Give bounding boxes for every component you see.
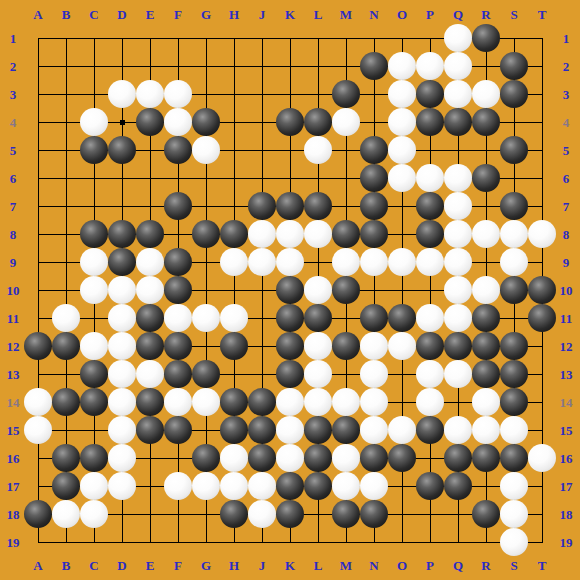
intersection-N14[interactable]	[360, 388, 388, 416]
intersection-A11[interactable]	[24, 304, 52, 332]
intersection-J11[interactable]	[248, 304, 276, 332]
intersection-T12[interactable]	[528, 332, 556, 360]
intersection-J8[interactable]	[248, 220, 276, 248]
intersection-D6[interactable]	[108, 164, 136, 192]
intersection-O15[interactable]	[388, 416, 416, 444]
intersection-H9[interactable]	[220, 248, 248, 276]
intersection-F3[interactable]	[164, 80, 192, 108]
intersection-N12[interactable]	[360, 332, 388, 360]
intersection-E4[interactable]	[136, 108, 164, 136]
intersection-E9[interactable]	[136, 248, 164, 276]
intersection-D3[interactable]	[108, 80, 136, 108]
intersection-K5[interactable]	[276, 136, 304, 164]
intersection-E11[interactable]	[136, 304, 164, 332]
intersection-E2[interactable]	[136, 52, 164, 80]
intersection-N5[interactable]	[360, 136, 388, 164]
intersection-B6[interactable]	[52, 164, 80, 192]
intersection-E5[interactable]	[136, 136, 164, 164]
intersection-E3[interactable]	[136, 80, 164, 108]
intersection-G19[interactable]	[192, 528, 220, 556]
intersection-L18[interactable]	[304, 500, 332, 528]
intersection-R19[interactable]	[472, 528, 500, 556]
intersection-Q4[interactable]	[444, 108, 472, 136]
intersection-H6[interactable]	[220, 164, 248, 192]
intersection-L11[interactable]	[304, 304, 332, 332]
intersection-T19[interactable]	[528, 528, 556, 556]
intersection-C8[interactable]	[80, 220, 108, 248]
intersection-R9[interactable]	[472, 248, 500, 276]
intersection-K15[interactable]	[276, 416, 304, 444]
intersection-Q15[interactable]	[444, 416, 472, 444]
intersection-S5[interactable]	[500, 136, 528, 164]
intersection-Q3[interactable]	[444, 80, 472, 108]
intersection-M1[interactable]	[332, 24, 360, 52]
intersection-S10[interactable]	[500, 276, 528, 304]
intersection-T14[interactable]	[528, 388, 556, 416]
intersection-G8[interactable]	[192, 220, 220, 248]
intersection-M18[interactable]	[332, 500, 360, 528]
intersection-J6[interactable]	[248, 164, 276, 192]
intersection-G1[interactable]	[192, 24, 220, 52]
intersection-D19[interactable]	[108, 528, 136, 556]
intersection-F2[interactable]	[164, 52, 192, 80]
intersection-G6[interactable]	[192, 164, 220, 192]
intersection-Q9[interactable]	[444, 248, 472, 276]
intersection-Q1[interactable]	[444, 24, 472, 52]
intersection-B17[interactable]	[52, 472, 80, 500]
intersection-P11[interactable]	[416, 304, 444, 332]
intersection-H5[interactable]	[220, 136, 248, 164]
intersection-F15[interactable]	[164, 416, 192, 444]
intersection-T8[interactable]	[528, 220, 556, 248]
intersection-L3[interactable]	[304, 80, 332, 108]
intersection-T10[interactable]	[528, 276, 556, 304]
intersection-P13[interactable]	[416, 360, 444, 388]
intersection-A12[interactable]	[24, 332, 52, 360]
intersection-O3[interactable]	[388, 80, 416, 108]
intersection-Q6[interactable]	[444, 164, 472, 192]
intersection-A1[interactable]	[24, 24, 52, 52]
intersection-N8[interactable]	[360, 220, 388, 248]
intersection-T5[interactable]	[528, 136, 556, 164]
intersection-A4[interactable]	[24, 108, 52, 136]
intersection-G2[interactable]	[192, 52, 220, 80]
intersection-B2[interactable]	[52, 52, 80, 80]
intersection-E19[interactable]	[136, 528, 164, 556]
intersection-S16[interactable]	[500, 444, 528, 472]
intersection-F17[interactable]	[164, 472, 192, 500]
intersection-C10[interactable]	[80, 276, 108, 304]
intersection-H18[interactable]	[220, 500, 248, 528]
intersection-Q16[interactable]	[444, 444, 472, 472]
intersection-J2[interactable]	[248, 52, 276, 80]
intersection-O6[interactable]	[388, 164, 416, 192]
intersection-R3[interactable]	[472, 80, 500, 108]
intersection-B12[interactable]	[52, 332, 80, 360]
intersection-C15[interactable]	[80, 416, 108, 444]
intersection-P18[interactable]	[416, 500, 444, 528]
intersection-G15[interactable]	[192, 416, 220, 444]
intersection-H17[interactable]	[220, 472, 248, 500]
intersection-F7[interactable]	[164, 192, 192, 220]
intersection-J16[interactable]	[248, 444, 276, 472]
intersection-H15[interactable]	[220, 416, 248, 444]
intersection-D5[interactable]	[108, 136, 136, 164]
intersection-S19[interactable]	[500, 528, 528, 556]
intersection-Q8[interactable]	[444, 220, 472, 248]
intersection-D11[interactable]	[108, 304, 136, 332]
intersection-G12[interactable]	[192, 332, 220, 360]
intersection-B10[interactable]	[52, 276, 80, 304]
intersection-K1[interactable]	[276, 24, 304, 52]
intersection-Q18[interactable]	[444, 500, 472, 528]
intersection-M17[interactable]	[332, 472, 360, 500]
intersection-C5[interactable]	[80, 136, 108, 164]
intersection-A8[interactable]	[24, 220, 52, 248]
intersection-C3[interactable]	[80, 80, 108, 108]
intersection-H16[interactable]	[220, 444, 248, 472]
intersection-S2[interactable]	[500, 52, 528, 80]
intersection-E17[interactable]	[136, 472, 164, 500]
intersection-G14[interactable]	[192, 388, 220, 416]
intersection-K18[interactable]	[276, 500, 304, 528]
intersection-C16[interactable]	[80, 444, 108, 472]
intersection-F16[interactable]	[164, 444, 192, 472]
intersection-G10[interactable]	[192, 276, 220, 304]
intersection-M15[interactable]	[332, 416, 360, 444]
intersection-T6[interactable]	[528, 164, 556, 192]
intersection-B14[interactable]	[52, 388, 80, 416]
intersection-M6[interactable]	[332, 164, 360, 192]
intersection-Q11[interactable]	[444, 304, 472, 332]
intersection-N1[interactable]	[360, 24, 388, 52]
intersection-J12[interactable]	[248, 332, 276, 360]
intersection-R18[interactable]	[472, 500, 500, 528]
intersection-A18[interactable]	[24, 500, 52, 528]
intersection-A10[interactable]	[24, 276, 52, 304]
intersection-P10[interactable]	[416, 276, 444, 304]
intersection-P12[interactable]	[416, 332, 444, 360]
intersection-D15[interactable]	[108, 416, 136, 444]
intersection-S1[interactable]	[500, 24, 528, 52]
intersection-F11[interactable]	[164, 304, 192, 332]
intersection-S3[interactable]	[500, 80, 528, 108]
intersection-S15[interactable]	[500, 416, 528, 444]
intersection-T2[interactable]	[528, 52, 556, 80]
intersection-D8[interactable]	[108, 220, 136, 248]
intersection-M8[interactable]	[332, 220, 360, 248]
intersection-H11[interactable]	[220, 304, 248, 332]
intersection-A9[interactable]	[24, 248, 52, 276]
intersection-Q10[interactable]	[444, 276, 472, 304]
intersection-T4[interactable]	[528, 108, 556, 136]
intersection-P7[interactable]	[416, 192, 444, 220]
intersection-L6[interactable]	[304, 164, 332, 192]
intersection-B11[interactable]	[52, 304, 80, 332]
intersection-L15[interactable]	[304, 416, 332, 444]
intersection-K4[interactable]	[276, 108, 304, 136]
intersection-A7[interactable]	[24, 192, 52, 220]
intersection-L17[interactable]	[304, 472, 332, 500]
intersection-F12[interactable]	[164, 332, 192, 360]
intersection-T3[interactable]	[528, 80, 556, 108]
intersection-M14[interactable]	[332, 388, 360, 416]
intersection-M5[interactable]	[332, 136, 360, 164]
intersection-G11[interactable]	[192, 304, 220, 332]
intersection-C1[interactable]	[80, 24, 108, 52]
intersection-L9[interactable]	[304, 248, 332, 276]
intersection-F5[interactable]	[164, 136, 192, 164]
intersection-K16[interactable]	[276, 444, 304, 472]
intersection-G7[interactable]	[192, 192, 220, 220]
intersection-L2[interactable]	[304, 52, 332, 80]
intersection-O7[interactable]	[388, 192, 416, 220]
intersection-S8[interactable]	[500, 220, 528, 248]
intersection-C7[interactable]	[80, 192, 108, 220]
intersection-M10[interactable]	[332, 276, 360, 304]
intersection-D1[interactable]	[108, 24, 136, 52]
intersection-C4[interactable]	[80, 108, 108, 136]
intersection-E18[interactable]	[136, 500, 164, 528]
intersection-L7[interactable]	[304, 192, 332, 220]
intersection-N13[interactable]	[360, 360, 388, 388]
intersection-B1[interactable]	[52, 24, 80, 52]
intersection-R16[interactable]	[472, 444, 500, 472]
intersection-S14[interactable]	[500, 388, 528, 416]
intersection-O13[interactable]	[388, 360, 416, 388]
intersection-L19[interactable]	[304, 528, 332, 556]
intersection-G13[interactable]	[192, 360, 220, 388]
intersection-C19[interactable]	[80, 528, 108, 556]
intersection-O19[interactable]	[388, 528, 416, 556]
intersection-A16[interactable]	[24, 444, 52, 472]
intersection-L4[interactable]	[304, 108, 332, 136]
intersection-E14[interactable]	[136, 388, 164, 416]
intersection-R17[interactable]	[472, 472, 500, 500]
intersection-A5[interactable]	[24, 136, 52, 164]
intersection-R15[interactable]	[472, 416, 500, 444]
intersection-B5[interactable]	[52, 136, 80, 164]
intersection-D14[interactable]	[108, 388, 136, 416]
intersection-S12[interactable]	[500, 332, 528, 360]
intersection-B16[interactable]	[52, 444, 80, 472]
intersection-B13[interactable]	[52, 360, 80, 388]
intersection-H19[interactable]	[220, 528, 248, 556]
intersection-J15[interactable]	[248, 416, 276, 444]
intersection-G17[interactable]	[192, 472, 220, 500]
intersection-Q12[interactable]	[444, 332, 472, 360]
intersection-E1[interactable]	[136, 24, 164, 52]
intersection-B18[interactable]	[52, 500, 80, 528]
intersection-G16[interactable]	[192, 444, 220, 472]
intersection-K9[interactable]	[276, 248, 304, 276]
intersection-H2[interactable]	[220, 52, 248, 80]
intersection-H3[interactable]	[220, 80, 248, 108]
intersection-Q13[interactable]	[444, 360, 472, 388]
intersection-M3[interactable]	[332, 80, 360, 108]
intersection-J10[interactable]	[248, 276, 276, 304]
intersection-P2[interactable]	[416, 52, 444, 80]
intersection-T17[interactable]	[528, 472, 556, 500]
intersection-F13[interactable]	[164, 360, 192, 388]
intersection-M7[interactable]	[332, 192, 360, 220]
intersection-O18[interactable]	[388, 500, 416, 528]
intersection-J4[interactable]	[248, 108, 276, 136]
intersection-K7[interactable]	[276, 192, 304, 220]
intersection-N3[interactable]	[360, 80, 388, 108]
intersection-P19[interactable]	[416, 528, 444, 556]
intersection-J18[interactable]	[248, 500, 276, 528]
intersection-M12[interactable]	[332, 332, 360, 360]
intersection-P1[interactable]	[416, 24, 444, 52]
intersection-N4[interactable]	[360, 108, 388, 136]
intersection-D9[interactable]	[108, 248, 136, 276]
intersection-S18[interactable]	[500, 500, 528, 528]
intersection-M4[interactable]	[332, 108, 360, 136]
intersection-R10[interactable]	[472, 276, 500, 304]
intersection-Q7[interactable]	[444, 192, 472, 220]
intersection-C9[interactable]	[80, 248, 108, 276]
intersection-D17[interactable]	[108, 472, 136, 500]
intersection-L5[interactable]	[304, 136, 332, 164]
intersection-G9[interactable]	[192, 248, 220, 276]
intersection-E6[interactable]	[136, 164, 164, 192]
intersection-N16[interactable]	[360, 444, 388, 472]
intersection-T9[interactable]	[528, 248, 556, 276]
intersection-F1[interactable]	[164, 24, 192, 52]
intersection-T11[interactable]	[528, 304, 556, 332]
intersection-S9[interactable]	[500, 248, 528, 276]
intersection-D7[interactable]	[108, 192, 136, 220]
intersection-M19[interactable]	[332, 528, 360, 556]
intersection-L1[interactable]	[304, 24, 332, 52]
intersection-R14[interactable]	[472, 388, 500, 416]
intersection-D16[interactable]	[108, 444, 136, 472]
intersection-K3[interactable]	[276, 80, 304, 108]
intersection-N11[interactable]	[360, 304, 388, 332]
intersection-T7[interactable]	[528, 192, 556, 220]
intersection-K11[interactable]	[276, 304, 304, 332]
intersection-P4[interactable]	[416, 108, 444, 136]
intersection-O4[interactable]	[388, 108, 416, 136]
intersection-J19[interactable]	[248, 528, 276, 556]
intersection-C14[interactable]	[80, 388, 108, 416]
intersection-B4[interactable]	[52, 108, 80, 136]
intersection-J17[interactable]	[248, 472, 276, 500]
intersection-B15[interactable]	[52, 416, 80, 444]
intersection-F6[interactable]	[164, 164, 192, 192]
intersection-B8[interactable]	[52, 220, 80, 248]
intersection-N6[interactable]	[360, 164, 388, 192]
intersection-N18[interactable]	[360, 500, 388, 528]
intersection-C17[interactable]	[80, 472, 108, 500]
intersection-N10[interactable]	[360, 276, 388, 304]
intersection-J1[interactable]	[248, 24, 276, 52]
intersection-R5[interactable]	[472, 136, 500, 164]
intersection-C12[interactable]	[80, 332, 108, 360]
intersection-E7[interactable]	[136, 192, 164, 220]
intersection-G4[interactable]	[192, 108, 220, 136]
intersection-D4[interactable]	[108, 108, 136, 136]
intersection-J13[interactable]	[248, 360, 276, 388]
intersection-R2[interactable]	[472, 52, 500, 80]
intersection-P15[interactable]	[416, 416, 444, 444]
intersection-M11[interactable]	[332, 304, 360, 332]
intersection-L14[interactable]	[304, 388, 332, 416]
intersection-D10[interactable]	[108, 276, 136, 304]
intersection-A13[interactable]	[24, 360, 52, 388]
intersection-O8[interactable]	[388, 220, 416, 248]
intersection-J14[interactable]	[248, 388, 276, 416]
intersection-G5[interactable]	[192, 136, 220, 164]
intersection-L8[interactable]	[304, 220, 332, 248]
intersection-P16[interactable]	[416, 444, 444, 472]
intersection-T18[interactable]	[528, 500, 556, 528]
intersection-S17[interactable]	[500, 472, 528, 500]
intersection-R4[interactable]	[472, 108, 500, 136]
intersection-Q17[interactable]	[444, 472, 472, 500]
intersection-P5[interactable]	[416, 136, 444, 164]
intersection-R6[interactable]	[472, 164, 500, 192]
intersection-K12[interactable]	[276, 332, 304, 360]
intersection-H10[interactable]	[220, 276, 248, 304]
intersection-E8[interactable]	[136, 220, 164, 248]
intersection-L16[interactable]	[304, 444, 332, 472]
intersection-Q5[interactable]	[444, 136, 472, 164]
intersection-F4[interactable]	[164, 108, 192, 136]
intersection-H13[interactable]	[220, 360, 248, 388]
intersection-E13[interactable]	[136, 360, 164, 388]
intersection-F9[interactable]	[164, 248, 192, 276]
intersection-B9[interactable]	[52, 248, 80, 276]
intersection-N15[interactable]	[360, 416, 388, 444]
intersection-O5[interactable]	[388, 136, 416, 164]
intersection-A6[interactable]	[24, 164, 52, 192]
intersection-O12[interactable]	[388, 332, 416, 360]
intersection-B7[interactable]	[52, 192, 80, 220]
intersection-J7[interactable]	[248, 192, 276, 220]
intersection-L13[interactable]	[304, 360, 332, 388]
intersection-F19[interactable]	[164, 528, 192, 556]
intersection-T15[interactable]	[528, 416, 556, 444]
intersection-S6[interactable]	[500, 164, 528, 192]
intersection-S4[interactable]	[500, 108, 528, 136]
intersection-N2[interactable]	[360, 52, 388, 80]
intersection-E15[interactable]	[136, 416, 164, 444]
intersection-Q14[interactable]	[444, 388, 472, 416]
intersection-M16[interactable]	[332, 444, 360, 472]
intersection-H1[interactable]	[220, 24, 248, 52]
intersection-R13[interactable]	[472, 360, 500, 388]
intersection-G18[interactable]	[192, 500, 220, 528]
intersection-A3[interactable]	[24, 80, 52, 108]
intersection-E10[interactable]	[136, 276, 164, 304]
intersection-K8[interactable]	[276, 220, 304, 248]
intersection-H7[interactable]	[220, 192, 248, 220]
intersection-A17[interactable]	[24, 472, 52, 500]
intersection-P3[interactable]	[416, 80, 444, 108]
intersection-P8[interactable]	[416, 220, 444, 248]
intersection-R8[interactable]	[472, 220, 500, 248]
intersection-C13[interactable]	[80, 360, 108, 388]
intersection-O10[interactable]	[388, 276, 416, 304]
intersection-O2[interactable]	[388, 52, 416, 80]
intersection-N17[interactable]	[360, 472, 388, 500]
intersection-P17[interactable]	[416, 472, 444, 500]
intersection-O1[interactable]	[388, 24, 416, 52]
intersection-O16[interactable]	[388, 444, 416, 472]
intersection-R7[interactable]	[472, 192, 500, 220]
